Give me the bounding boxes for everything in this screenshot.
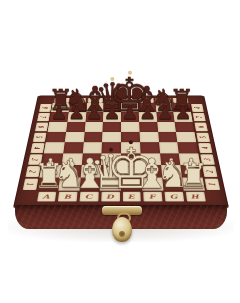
black-pawn-h7[interactable]: ♟ [174, 104, 191, 123]
white-rook-h1[interactable]: ♜ [178, 159, 209, 193]
product-photo: ABCDEFGH ABCDEFGH 87654321 87654321 ♜♞♝♛… [0, 0, 240, 303]
pieces-layer: ♜♞♝♛♚♝♞♜♟♟♟♟♟♟♟♟♟♟♟♟♟♟♟♟♜♞♝♛♚♝♞♜ [0, 0, 240, 303]
black-pawn-a7[interactable]: ♟ [50, 104, 67, 123]
black-pawn-c7[interactable]: ♟ [86, 104, 103, 123]
black-pawn-d7[interactable]: ♟ [103, 104, 120, 123]
black-pawn-f7[interactable]: ♟ [139, 104, 156, 123]
finial-dot [128, 71, 132, 75]
clasp-pendant-icon [112, 217, 132, 242]
black-pawn-g7[interactable]: ♟ [157, 104, 174, 123]
black-pawn-b7[interactable]: ♟ [68, 104, 85, 123]
finial-dot [129, 140, 133, 144]
black-pawn-e7[interactable]: ♟ [121, 104, 138, 123]
